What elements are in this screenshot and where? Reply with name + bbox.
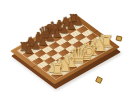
hinge-seam-right bbox=[94, 30, 98, 33]
brass-clasp-icon bbox=[95, 76, 103, 84]
chess-set-photo: ♜♞♝♛♚♝♞♜♟♟♟♟♟♟♟♟♟♟♟♟♟♟♟♟♜♞♝♛♚♝♞♜ bbox=[0, 0, 130, 98]
hinge-seam-left bbox=[32, 65, 36, 68]
brass-clasp-icon bbox=[115, 35, 122, 41]
chess-board: ♜♞♝♛♚♝♞♜♟♟♟♟♟♟♟♟♟♟♟♟♟♟♟♟♜♞♝♛♚♝♞♜ bbox=[10, 14, 120, 84]
